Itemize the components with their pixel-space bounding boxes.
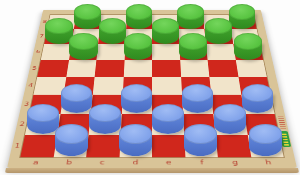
piece-green-c7[interactable] [99, 18, 126, 44]
blue-piece-top [89, 104, 121, 123]
blue-piece-top [55, 124, 88, 143]
piece-blue-f3[interactable] [182, 84, 213, 113]
board-photo: abcdefgh 87654321 [0, 0, 300, 175]
square-e1[interactable] [152, 135, 185, 157]
file-label-c: c [85, 158, 119, 167]
piece-green-d8[interactable] [126, 4, 153, 29]
file-label-g: g [218, 158, 252, 167]
green-piece-top [69, 33, 97, 49]
green-piece-top [229, 4, 256, 19]
piece-blue-h3[interactable] [242, 84, 273, 113]
square-g1[interactable] [216, 135, 251, 157]
blue-piece-top [27, 104, 59, 123]
square-c5[interactable] [95, 60, 125, 77]
square-c6[interactable] [96, 44, 125, 60]
blue-piece-top [119, 124, 152, 143]
square-a1[interactable] [20, 135, 56, 157]
file-label-e: e [152, 158, 185, 167]
piece-blue-e2[interactable] [152, 104, 184, 134]
piece-blue-c2[interactable] [89, 104, 121, 134]
piece-green-h6[interactable] [234, 33, 262, 60]
square-h5[interactable] [235, 60, 266, 77]
green-piece-top [74, 4, 101, 19]
piece-green-b8[interactable] [74, 4, 101, 29]
green-piece-top [234, 33, 262, 49]
piece-green-d6[interactable] [124, 33, 152, 60]
blue-piece-top [249, 124, 282, 143]
square-g5[interactable] [208, 60, 238, 77]
blue-piece-top [184, 124, 217, 143]
green-piece-top [179, 33, 207, 49]
brand-logo-text [281, 132, 289, 145]
square-e6[interactable] [152, 44, 180, 60]
piece-blue-g2[interactable] [214, 104, 246, 134]
green-piece-top [124, 33, 152, 49]
piece-blue-h1[interactable] [249, 124, 282, 155]
blue-piece-top [182, 84, 213, 102]
file-label-b: b [52, 158, 86, 167]
file-label-h: h [251, 158, 286, 167]
file-label-d: d [119, 158, 152, 167]
piece-blue-b3[interactable] [61, 84, 92, 113]
square-g6[interactable] [206, 44, 235, 60]
blue-piece-top [152, 104, 184, 123]
square-e4[interactable] [152, 77, 182, 95]
square-f5[interactable] [180, 60, 210, 77]
piece-blue-f1[interactable] [184, 124, 217, 155]
piece-blue-d1[interactable] [119, 124, 152, 155]
piece-green-b6[interactable] [69, 33, 97, 60]
piece-green-g7[interactable] [205, 18, 232, 44]
file-label-f: f [185, 158, 219, 167]
piece-green-h8[interactable] [229, 4, 256, 29]
blue-piece-top [214, 104, 246, 123]
square-b5[interactable] [66, 60, 96, 77]
square-d5[interactable] [123, 60, 152, 77]
file-labels: abcdefgh [18, 158, 285, 167]
square-g4[interactable] [209, 77, 241, 95]
square-a5[interactable] [37, 60, 68, 77]
square-c1[interactable] [86, 135, 120, 157]
square-e5[interactable] [152, 60, 181, 77]
piece-green-f8[interactable] [177, 4, 204, 29]
green-piece-top [126, 4, 153, 19]
piece-green-f6[interactable] [179, 33, 207, 60]
green-piece-top [177, 4, 204, 19]
piece-blue-d3[interactable] [121, 84, 152, 113]
piece-blue-b1[interactable] [55, 124, 88, 155]
square-c4[interactable] [93, 77, 124, 95]
square-a6[interactable] [41, 44, 71, 60]
file-label-a: a [18, 158, 53, 167]
piece-green-e7[interactable] [152, 18, 179, 44]
